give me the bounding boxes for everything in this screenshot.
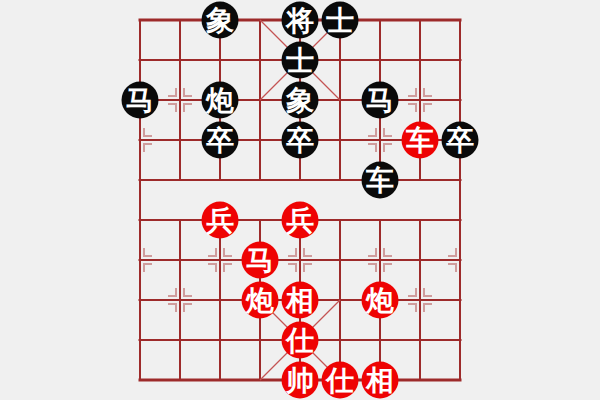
board-pieces: 象将士士马炮象马卒卒车卒车兵兵马炮相炮仕帅仕相 [0,0,600,400]
piece-black-horse[interactable]: 马 [122,82,159,119]
piece-red-general[interactable]: 帅 [282,362,319,399]
piece-black-soldier[interactable]: 卒 [282,122,319,159]
piece-black-elephant[interactable]: 象 [282,82,319,119]
piece-red-elephant[interactable]: 相 [282,282,319,319]
piece-red-cannon[interactable]: 炮 [242,282,279,319]
piece-red-cannon[interactable]: 炮 [362,282,399,319]
piece-black-horse[interactable]: 马 [362,82,399,119]
piece-black-cannon[interactable]: 炮 [202,82,239,119]
piece-black-general[interactable]: 将 [282,2,319,39]
piece-black-elephant[interactable]: 象 [202,2,239,39]
piece-black-chariot[interactable]: 车 [362,162,399,199]
piece-red-soldier[interactable]: 兵 [202,202,239,239]
piece-black-soldier[interactable]: 卒 [442,122,479,159]
piece-red-advisor[interactable]: 仕 [282,322,319,359]
piece-black-advisor[interactable]: 士 [322,2,359,39]
xiangqi-board: 象将士士马炮象马卒卒车卒车兵兵马炮相炮仕帅仕相 [0,0,600,400]
piece-red-horse[interactable]: 马 [242,242,279,279]
piece-black-advisor[interactable]: 士 [282,42,319,79]
xiangqi-app: 象将士士马炮象马卒卒车卒车兵兵马炮相炮仕帅仕相 [0,0,600,400]
piece-red-soldier[interactable]: 兵 [282,202,319,239]
piece-red-elephant[interactable]: 相 [362,362,399,399]
piece-red-chariot[interactable]: 车 [402,122,439,159]
piece-black-soldier[interactable]: 卒 [202,122,239,159]
piece-red-advisor[interactable]: 仕 [322,362,359,399]
